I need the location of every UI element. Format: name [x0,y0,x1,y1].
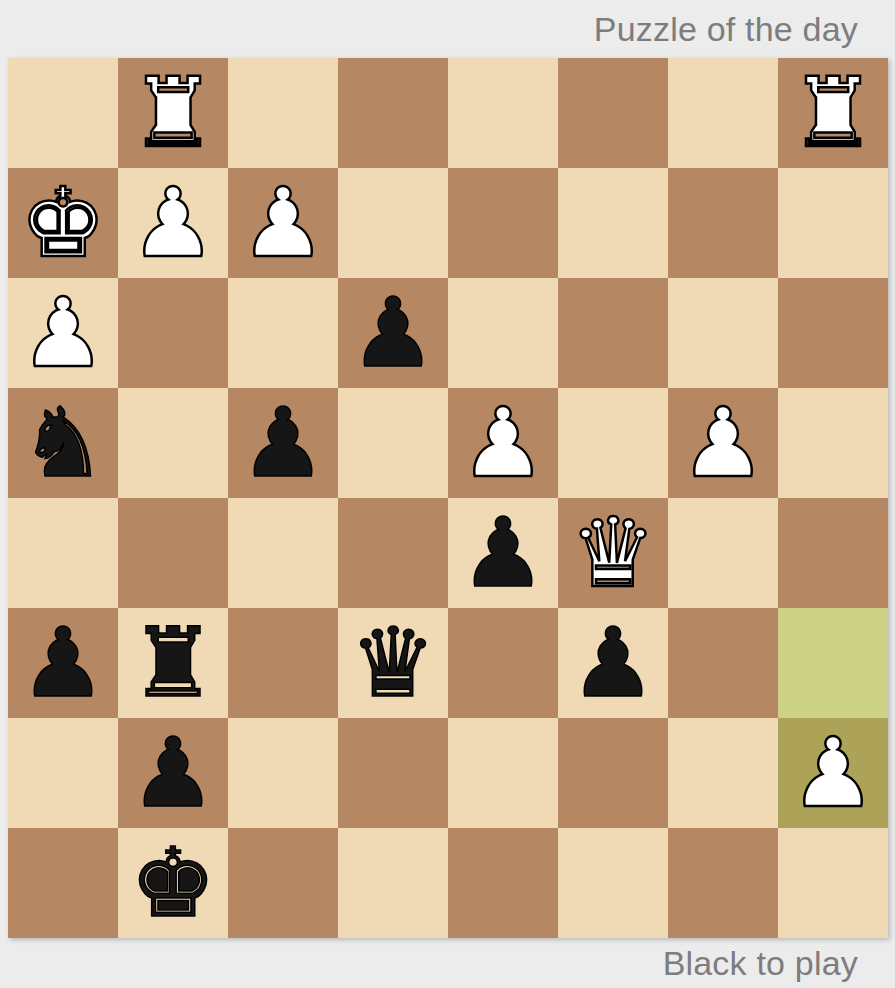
piece-black-queen[interactable]: ♛ [338,608,448,718]
piece-white-pawn[interactable]: ♟ [8,278,118,388]
turn-indicator: Black to play [663,944,858,983]
square-a5[interactable] [778,498,888,608]
square-a1[interactable]: ♜ [778,58,888,168]
square-a7[interactable]: ♟ [778,718,888,828]
piece-white-pawn[interactable]: ♟ [448,388,558,498]
square-a6[interactable] [778,608,888,718]
square-d1[interactable] [448,58,558,168]
square-d7[interactable] [448,718,558,828]
square-b4[interactable]: ♟ [668,388,778,498]
square-g6[interactable]: ♜ [118,608,228,718]
square-c6[interactable]: ♟ [558,608,668,718]
square-b5[interactable] [668,498,778,608]
square-h8[interactable] [8,828,118,938]
square-e6[interactable]: ♛ [338,608,448,718]
piece-black-pawn[interactable]: ♟ [338,278,448,388]
square-c8[interactable] [558,828,668,938]
square-d8[interactable] [448,828,558,938]
square-g1[interactable]: ♜ [118,58,228,168]
square-h6[interactable]: ♟ [8,608,118,718]
square-h2[interactable]: ♚ [8,168,118,278]
piece-white-rook[interactable]: ♜ [778,58,888,168]
square-f1[interactable] [228,58,338,168]
square-f7[interactable] [228,718,338,828]
piece-white-pawn[interactable]: ♟ [668,388,778,498]
square-c4[interactable] [558,388,668,498]
piece-black-knight[interactable]: ♞ [8,388,118,498]
square-b3[interactable] [668,278,778,388]
square-h3[interactable]: ♟ [8,278,118,388]
turn-footer: Black to play [0,938,895,988]
square-b1[interactable] [668,58,778,168]
square-h1[interactable] [8,58,118,168]
square-e2[interactable] [338,168,448,278]
piece-black-pawn[interactable]: ♟ [118,718,228,828]
square-e3[interactable]: ♟ [338,278,448,388]
piece-black-pawn[interactable]: ♟ [228,388,338,498]
square-h5[interactable] [8,498,118,608]
square-f6[interactable] [228,608,338,718]
puzzle-title: Puzzle of the day [594,10,858,49]
square-d5[interactable]: ♟ [448,498,558,608]
piece-white-pawn[interactable]: ♟ [228,168,338,278]
square-a8[interactable] [778,828,888,938]
piece-black-rook[interactable]: ♜ [118,608,228,718]
square-b7[interactable] [668,718,778,828]
piece-white-pawn[interactable]: ♟ [778,718,888,828]
square-g7[interactable]: ♟ [118,718,228,828]
square-g4[interactable] [118,388,228,498]
square-g5[interactable] [118,498,228,608]
piece-white-king[interactable]: ♚ [8,168,118,278]
square-a3[interactable] [778,278,888,388]
square-c3[interactable] [558,278,668,388]
square-f4[interactable]: ♟ [228,388,338,498]
piece-black-pawn[interactable]: ♟ [448,498,558,608]
square-g2[interactable]: ♟ [118,168,228,278]
square-f3[interactable] [228,278,338,388]
square-b2[interactable] [668,168,778,278]
square-c2[interactable] [558,168,668,278]
piece-white-pawn[interactable]: ♟ [118,168,228,278]
piece-black-king[interactable]: ♚ [118,828,228,938]
chess-board: ♜♜♚♟♟♟♟♞♟♟♟♟♛♟♜♛♟♟♟♚ [8,58,888,938]
square-e4[interactable] [338,388,448,498]
square-d4[interactable]: ♟ [448,388,558,498]
square-d2[interactable] [448,168,558,278]
square-a2[interactable] [778,168,888,278]
square-b8[interactable] [668,828,778,938]
square-e5[interactable] [338,498,448,608]
square-b6[interactable] [668,608,778,718]
square-g8[interactable]: ♚ [118,828,228,938]
square-f5[interactable] [228,498,338,608]
square-e1[interactable] [338,58,448,168]
piece-white-rook[interactable]: ♜ [118,58,228,168]
piece-black-pawn[interactable]: ♟ [8,608,118,718]
square-c7[interactable] [558,718,668,828]
square-g3[interactable] [118,278,228,388]
square-e7[interactable] [338,718,448,828]
puzzle-header: Puzzle of the day [0,0,895,58]
square-f2[interactable]: ♟ [228,168,338,278]
piece-white-queen[interactable]: ♛ [558,498,668,608]
square-h4[interactable]: ♞ [8,388,118,498]
square-c5[interactable]: ♛ [558,498,668,608]
square-c1[interactable] [558,58,668,168]
square-d6[interactable] [448,608,558,718]
piece-black-pawn[interactable]: ♟ [558,608,668,718]
square-f8[interactable] [228,828,338,938]
square-d3[interactable] [448,278,558,388]
square-e8[interactable] [338,828,448,938]
square-h7[interactable] [8,718,118,828]
square-a4[interactable] [778,388,888,498]
